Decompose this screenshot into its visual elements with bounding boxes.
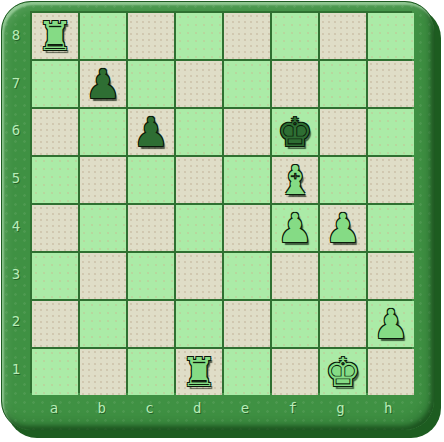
square-a7[interactable] <box>32 61 78 107</box>
square-e5[interactable] <box>224 157 270 203</box>
rank-label-1: 1 <box>2 345 30 393</box>
square-f7[interactable] <box>272 61 318 107</box>
page: 87654321 ♜♟♟♚♝♟♟♟♜♚ abcdefgh <box>0 0 444 442</box>
square-c5[interactable] <box>128 157 174 203</box>
square-g2[interactable] <box>320 301 366 347</box>
file-label-a: a <box>30 395 78 421</box>
file-label-d: d <box>173 395 221 421</box>
square-h5[interactable] <box>368 157 414 203</box>
square-b4[interactable] <box>80 205 126 251</box>
square-h6[interactable] <box>368 109 414 155</box>
square-f5[interactable]: ♝ <box>272 157 318 203</box>
square-d7[interactable] <box>176 61 222 107</box>
square-d6[interactable] <box>176 109 222 155</box>
file-label-b: b <box>78 395 126 421</box>
square-e3[interactable] <box>224 253 270 299</box>
rank-label-3: 3 <box>2 250 30 298</box>
rank-label-4: 4 <box>2 202 30 250</box>
white-pawn-icon[interactable]: ♟ <box>373 301 409 347</box>
white-rook-icon[interactable]: ♜ <box>37 13 73 59</box>
white-king-icon[interactable]: ♚ <box>325 349 361 395</box>
white-bishop-icon[interactable]: ♝ <box>277 157 313 203</box>
square-c6[interactable]: ♟ <box>128 109 174 155</box>
white-pawn-icon[interactable]: ♟ <box>325 205 361 251</box>
square-a5[interactable] <box>32 157 78 203</box>
square-f1[interactable] <box>272 349 318 395</box>
square-f4[interactable]: ♟ <box>272 205 318 251</box>
rank-label-6: 6 <box>2 107 30 155</box>
chess-board: ♜♟♟♚♝♟♟♟♜♚ <box>30 11 412 393</box>
square-e4[interactable] <box>224 205 270 251</box>
square-g6[interactable] <box>320 109 366 155</box>
white-rook-icon[interactable]: ♜ <box>181 349 217 395</box>
black-king-icon[interactable]: ♚ <box>277 109 313 155</box>
file-label-f: f <box>269 395 317 421</box>
square-a6[interactable] <box>32 109 78 155</box>
square-b6[interactable] <box>80 109 126 155</box>
square-e6[interactable] <box>224 109 270 155</box>
rank-label-7: 7 <box>2 59 30 107</box>
square-e8[interactable] <box>224 13 270 59</box>
square-h3[interactable] <box>368 253 414 299</box>
file-label-g: g <box>317 395 365 421</box>
square-e7[interactable] <box>224 61 270 107</box>
square-c2[interactable] <box>128 301 174 347</box>
square-c1[interactable] <box>128 349 174 395</box>
black-pawn-icon[interactable]: ♟ <box>133 109 169 155</box>
rank-labels: 87654321 <box>2 11 30 393</box>
square-g1[interactable]: ♚ <box>320 349 366 395</box>
square-b3[interactable] <box>80 253 126 299</box>
square-a2[interactable] <box>32 301 78 347</box>
file-label-e: e <box>221 395 269 421</box>
square-d8[interactable] <box>176 13 222 59</box>
square-h8[interactable] <box>368 13 414 59</box>
square-d5[interactable] <box>176 157 222 203</box>
square-e1[interactable] <box>224 349 270 395</box>
square-d1[interactable]: ♜ <box>176 349 222 395</box>
rank-label-2: 2 <box>2 298 30 346</box>
square-c7[interactable] <box>128 61 174 107</box>
square-g5[interactable] <box>320 157 366 203</box>
square-b8[interactable] <box>80 13 126 59</box>
square-g8[interactable] <box>320 13 366 59</box>
square-g4[interactable]: ♟ <box>320 205 366 251</box>
square-d4[interactable] <box>176 205 222 251</box>
square-g3[interactable] <box>320 253 366 299</box>
square-a4[interactable] <box>32 205 78 251</box>
square-c4[interactable] <box>128 205 174 251</box>
square-c3[interactable] <box>128 253 174 299</box>
file-label-c: c <box>126 395 174 421</box>
board-frame: 87654321 ♜♟♟♚♝♟♟♟♜♚ abcdefgh <box>1 1 435 431</box>
white-pawn-icon[interactable]: ♟ <box>277 205 313 251</box>
square-f2[interactable] <box>272 301 318 347</box>
square-g7[interactable] <box>320 61 366 107</box>
file-label-h: h <box>364 395 412 421</box>
square-f6[interactable]: ♚ <box>272 109 318 155</box>
square-b1[interactable] <box>80 349 126 395</box>
rank-label-8: 8 <box>2 11 30 59</box>
square-f8[interactable] <box>272 13 318 59</box>
square-a3[interactable] <box>32 253 78 299</box>
square-h2[interactable]: ♟ <box>368 301 414 347</box>
square-a1[interactable] <box>32 349 78 395</box>
square-f3[interactable] <box>272 253 318 299</box>
square-e2[interactable] <box>224 301 270 347</box>
rank-label-5: 5 <box>2 154 30 202</box>
file-labels: abcdefgh <box>30 395 412 421</box>
square-h4[interactable] <box>368 205 414 251</box>
square-a8[interactable]: ♜ <box>32 13 78 59</box>
black-pawn-icon[interactable]: ♟ <box>85 61 121 107</box>
square-d2[interactable] <box>176 301 222 347</box>
square-b5[interactable] <box>80 157 126 203</box>
square-d3[interactable] <box>176 253 222 299</box>
square-c8[interactable] <box>128 13 174 59</box>
square-b2[interactable] <box>80 301 126 347</box>
square-b7[interactable]: ♟ <box>80 61 126 107</box>
square-h1[interactable] <box>368 349 414 395</box>
square-h7[interactable] <box>368 61 414 107</box>
